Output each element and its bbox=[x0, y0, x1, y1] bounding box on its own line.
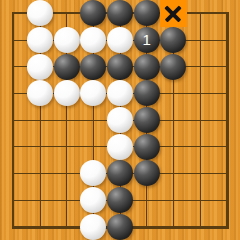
white-stone[interactable] bbox=[80, 27, 106, 53]
intersection-r1c6[interactable] bbox=[133, 0, 160, 27]
white-stone[interactable] bbox=[80, 80, 106, 106]
intersection-r4c1[interactable] bbox=[0, 80, 27, 107]
go-board: 1 bbox=[0, 0, 240, 240]
intersection-r9c4[interactable] bbox=[80, 213, 107, 240]
intersection-r1c2[interactable] bbox=[27, 0, 54, 27]
intersection-r5c5[interactable] bbox=[107, 107, 134, 134]
intersection-r9c7[interactable] bbox=[160, 213, 187, 240]
intersection-r7c4[interactable] bbox=[80, 160, 107, 187]
intersection-r2c4[interactable] bbox=[80, 27, 107, 54]
intersection-r6c3[interactable] bbox=[53, 133, 80, 160]
intersection-r2c9[interactable] bbox=[213, 27, 240, 54]
intersection-r6c4[interactable] bbox=[80, 133, 107, 160]
black-stone[interactable] bbox=[107, 187, 133, 213]
intersection-r6c1[interactable] bbox=[0, 133, 27, 160]
intersection-r5c9[interactable] bbox=[213, 107, 240, 134]
intersection-r1c1[interactable] bbox=[0, 0, 27, 27]
black-stone[interactable] bbox=[107, 214, 133, 240]
white-stone[interactable] bbox=[80, 187, 106, 213]
intersection-r5c2[interactable] bbox=[27, 107, 54, 134]
white-stone[interactable] bbox=[80, 214, 106, 240]
intersection-r2c1[interactable] bbox=[0, 27, 27, 54]
intersection-r7c2[interactable] bbox=[27, 160, 54, 187]
intersection-r5c6[interactable] bbox=[133, 107, 160, 134]
intersection-r8c2[interactable] bbox=[27, 187, 54, 214]
black-stone[interactable] bbox=[107, 160, 133, 186]
intersection-r4c7[interactable] bbox=[160, 80, 187, 107]
black-stone[interactable] bbox=[134, 107, 160, 133]
intersection-r4c4[interactable] bbox=[80, 80, 107, 107]
intersection-r4c2[interactable] bbox=[27, 80, 54, 107]
intersection-r5c7[interactable] bbox=[160, 107, 187, 134]
intersection-r9c1[interactable] bbox=[0, 213, 27, 240]
intersection-r1c5[interactable] bbox=[107, 0, 134, 27]
black-stone[interactable] bbox=[134, 160, 160, 186]
intersection-r6c2[interactable] bbox=[27, 133, 54, 160]
black-stone[interactable] bbox=[134, 0, 160, 26]
intersection-r8c1[interactable] bbox=[0, 187, 27, 214]
intersection-r9c2[interactable] bbox=[27, 213, 54, 240]
intersection-r8c5[interactable] bbox=[107, 187, 134, 214]
intersection-r9c3[interactable] bbox=[53, 213, 80, 240]
intersection-r1c4[interactable] bbox=[80, 0, 107, 27]
white-stone[interactable] bbox=[80, 160, 106, 186]
intersection-r6c5[interactable] bbox=[107, 133, 134, 160]
intersection-r6c8[interactable] bbox=[187, 133, 214, 160]
intersection-r5c3[interactable] bbox=[53, 107, 80, 134]
intersection-r2c2[interactable] bbox=[27, 27, 54, 54]
black-stone[interactable] bbox=[160, 54, 186, 80]
intersection-r7c7[interactable] bbox=[160, 160, 187, 187]
intersection-r8c6[interactable] bbox=[133, 187, 160, 214]
white-stone[interactable] bbox=[107, 107, 133, 133]
white-stone[interactable] bbox=[27, 27, 53, 53]
move-number-label: 1 bbox=[142, 32, 150, 47]
white-stone[interactable] bbox=[54, 80, 80, 106]
intersection-r3c8[interactable] bbox=[187, 53, 214, 80]
intersection-r3c1[interactable] bbox=[0, 53, 27, 80]
intersection-r3c4[interactable] bbox=[80, 53, 107, 80]
intersection-r8c9[interactable] bbox=[213, 187, 240, 214]
intersection-r4c6[interactable] bbox=[133, 80, 160, 107]
white-stone[interactable] bbox=[27, 0, 53, 26]
intersection-r7c3[interactable] bbox=[53, 160, 80, 187]
intersection-r3c7[interactable] bbox=[160, 53, 187, 80]
white-stone[interactable] bbox=[107, 27, 133, 53]
black-stone[interactable] bbox=[160, 27, 186, 53]
intersection-r7c8[interactable] bbox=[187, 160, 214, 187]
intersection-r8c4[interactable] bbox=[80, 187, 107, 214]
black-stone[interactable] bbox=[134, 134, 160, 160]
intersection-r1c3[interactable] bbox=[53, 0, 80, 27]
black-stone[interactable] bbox=[80, 0, 106, 26]
intersection-r3c2[interactable] bbox=[27, 53, 54, 80]
intersection-r9c5[interactable] bbox=[107, 213, 134, 240]
intersection-r3c9[interactable] bbox=[213, 53, 240, 80]
intersection-r6c6[interactable] bbox=[133, 133, 160, 160]
intersection-r4c3[interactable] bbox=[53, 80, 80, 107]
white-stone[interactable] bbox=[107, 80, 133, 106]
intersection-r9c8[interactable] bbox=[187, 213, 214, 240]
intersection-r3c6[interactable] bbox=[133, 53, 160, 80]
intersection-r5c4[interactable] bbox=[80, 107, 107, 134]
black-stone[interactable] bbox=[134, 54, 160, 80]
white-stone[interactable] bbox=[27, 54, 53, 80]
white-stone[interactable] bbox=[54, 27, 80, 53]
highlighted-point-r1c7[interactable] bbox=[160, 0, 187, 27]
intersection-r3c5[interactable] bbox=[107, 53, 134, 80]
white-stone[interactable] bbox=[27, 80, 53, 106]
black-stone[interactable] bbox=[134, 80, 160, 106]
intersection-r1c9[interactable] bbox=[213, 0, 240, 27]
intersection-r2c7[interactable] bbox=[160, 27, 187, 54]
intersection-r8c8[interactable] bbox=[187, 187, 214, 214]
intersection-r7c6[interactable] bbox=[133, 160, 160, 187]
intersection-r9c6[interactable] bbox=[133, 213, 160, 240]
intersection-r8c3[interactable] bbox=[53, 187, 80, 214]
intersection-r5c1[interactable] bbox=[0, 107, 27, 134]
intersection-r8c7[interactable] bbox=[160, 187, 187, 214]
black-stone[interactable]: 1 bbox=[134, 27, 160, 53]
intersection-r4c9[interactable] bbox=[213, 80, 240, 107]
intersection-r9c9[interactable] bbox=[213, 213, 240, 240]
intersection-r5c8[interactable] bbox=[187, 107, 214, 134]
black-stone[interactable] bbox=[107, 0, 133, 26]
intersection-r2c5[interactable] bbox=[107, 27, 134, 54]
intersection-r3c3[interactable] bbox=[53, 53, 80, 80]
intersection-r2c3[interactable] bbox=[53, 27, 80, 54]
intersection-r2c8[interactable] bbox=[187, 27, 214, 54]
black-stone[interactable] bbox=[80, 54, 106, 80]
black-stone[interactable] bbox=[107, 54, 133, 80]
intersection-r7c1[interactable] bbox=[0, 160, 27, 187]
intersection-r7c9[interactable] bbox=[213, 160, 240, 187]
intersection-r4c5[interactable] bbox=[107, 80, 134, 107]
intersection-r6c7[interactable] bbox=[160, 133, 187, 160]
black-stone[interactable] bbox=[54, 54, 80, 80]
intersection-r1c8[interactable] bbox=[187, 0, 214, 27]
intersection-r6c9[interactable] bbox=[213, 133, 240, 160]
stone-grid: 1 bbox=[0, 0, 240, 240]
intersection-r2c6[interactable]: 1 bbox=[133, 27, 160, 54]
white-stone[interactable] bbox=[107, 134, 133, 160]
x-marker-icon bbox=[164, 4, 182, 22]
intersection-r7c5[interactable] bbox=[107, 160, 134, 187]
intersection-r4c8[interactable] bbox=[187, 80, 214, 107]
